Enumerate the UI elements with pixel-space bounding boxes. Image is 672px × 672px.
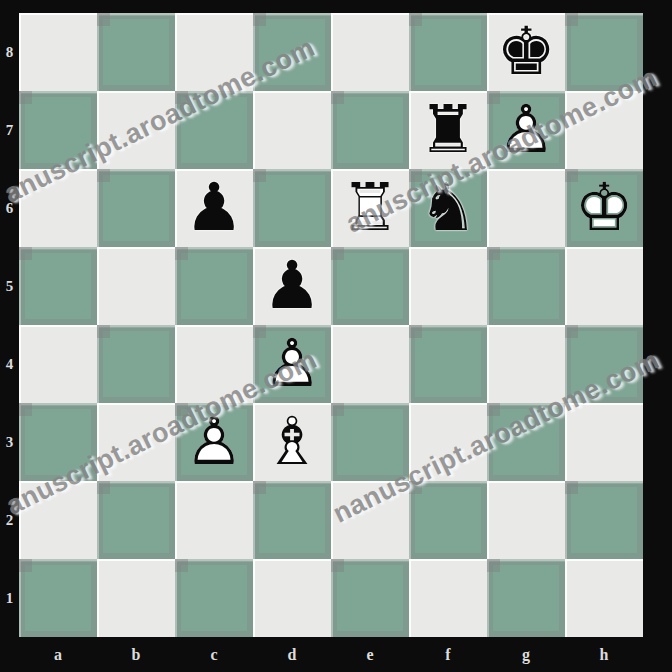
square-c7[interactable] [175,91,253,169]
square-g4[interactable] [487,325,565,403]
rank-label-4: 4 [0,325,19,403]
chess-diagram: ♚♜♟♙♟♜♖♞♚♔♟♟♙♟♙♝♗ 87654321 abcdefgh anus… [0,0,672,672]
square-d1[interactable] [253,559,331,637]
square-a6[interactable] [19,169,97,247]
piece-white-pawn[interactable]: ♙ [487,91,565,169]
square-g6[interactable] [487,169,565,247]
file-label-f: f [409,637,487,672]
piece-white-king[interactable]: ♔ [565,169,643,247]
square-h6[interactable]: ♚♔ [565,169,643,247]
square-d8[interactable] [253,13,331,91]
square-b7[interactable] [97,91,175,169]
piece-white-pawn[interactable]: ♙ [253,325,331,403]
piece-white-rook[interactable]: ♖ [331,169,409,247]
square-c4[interactable] [175,325,253,403]
piece-black-king[interactable]: ♚ [487,13,565,91]
square-e4[interactable] [331,325,409,403]
file-label-c: c [175,637,253,672]
square-g2[interactable] [487,481,565,559]
square-e3[interactable] [331,403,409,481]
square-e7[interactable] [331,91,409,169]
piece-white-bishop[interactable]: ♗ [253,403,331,481]
file-label-b: b [97,637,175,672]
square-c1[interactable] [175,559,253,637]
square-h5[interactable] [565,247,643,325]
rank-label-6: 6 [0,169,19,247]
square-a5[interactable] [19,247,97,325]
square-f2[interactable] [409,481,487,559]
chess-board: ♚♜♟♙♟♜♖♞♚♔♟♟♙♟♙♝♗ [19,13,643,637]
square-d7[interactable] [253,91,331,169]
square-e2[interactable] [331,481,409,559]
square-b1[interactable] [97,559,175,637]
square-d3[interactable]: ♝♗ [253,403,331,481]
square-a8[interactable] [19,13,97,91]
square-a1[interactable] [19,559,97,637]
square-a7[interactable] [19,91,97,169]
square-g7[interactable]: ♟♙ [487,91,565,169]
square-c8[interactable] [175,13,253,91]
square-g5[interactable] [487,247,565,325]
square-d5[interactable]: ♟ [253,247,331,325]
square-g8[interactable]: ♚ [487,13,565,91]
square-f4[interactable] [409,325,487,403]
rank-label-5: 5 [0,247,19,325]
square-d2[interactable] [253,481,331,559]
square-g3[interactable] [487,403,565,481]
square-e1[interactable] [331,559,409,637]
square-b2[interactable] [97,481,175,559]
square-c6[interactable]: ♟ [175,169,253,247]
rank-label-2: 2 [0,481,19,559]
square-c2[interactable] [175,481,253,559]
piece-black-rook[interactable]: ♜ [409,91,487,169]
square-a4[interactable] [19,325,97,403]
square-f8[interactable] [409,13,487,91]
file-label-a: a [19,637,97,672]
square-e6[interactable]: ♜♖ [331,169,409,247]
square-f7[interactable]: ♜ [409,91,487,169]
square-h8[interactable] [565,13,643,91]
rank-label-8: 8 [0,13,19,91]
square-h2[interactable] [565,481,643,559]
square-a2[interactable] [19,481,97,559]
square-h7[interactable] [565,91,643,169]
piece-white-pawn[interactable]: ♙ [175,403,253,481]
rank-label-3: 3 [0,403,19,481]
square-c3[interactable]: ♟♙ [175,403,253,481]
square-f1[interactable] [409,559,487,637]
square-b8[interactable] [97,13,175,91]
square-b6[interactable] [97,169,175,247]
rank-label-7: 7 [0,91,19,169]
square-h3[interactable] [565,403,643,481]
file-label-g: g [487,637,565,672]
piece-black-knight[interactable]: ♞ [409,169,487,247]
square-e8[interactable] [331,13,409,91]
square-g1[interactable] [487,559,565,637]
square-a3[interactable] [19,403,97,481]
file-label-e: e [331,637,409,672]
square-d4[interactable]: ♟♙ [253,325,331,403]
rank-label-1: 1 [0,559,19,637]
square-h4[interactable] [565,325,643,403]
square-b5[interactable] [97,247,175,325]
square-b4[interactable] [97,325,175,403]
square-f6[interactable]: ♞ [409,169,487,247]
file-label-d: d [253,637,331,672]
piece-black-pawn[interactable]: ♟ [253,247,331,325]
square-e5[interactable] [331,247,409,325]
square-d6[interactable] [253,169,331,247]
square-f3[interactable] [409,403,487,481]
square-b3[interactable] [97,403,175,481]
square-f5[interactable] [409,247,487,325]
file-label-h: h [565,637,643,672]
piece-black-pawn[interactable]: ♟ [175,169,253,247]
square-c5[interactable] [175,247,253,325]
square-h1[interactable] [565,559,643,637]
